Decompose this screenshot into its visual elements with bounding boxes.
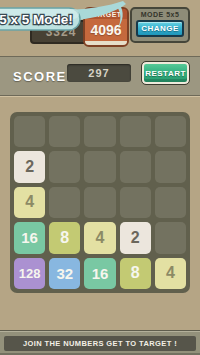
- game-screen: 3324 TARGET 4096 MODE 5x5 CHANGE 5 x 5 M…: [0, 0, 200, 355]
- restart-button[interactable]: RESTART: [142, 62, 189, 84]
- score-value-box: 297: [67, 64, 131, 82]
- empty-cell: [14, 116, 45, 147]
- best-score-value: 3324: [46, 25, 77, 39]
- empty-cell: [120, 116, 151, 147]
- score-label: SCORE: [13, 69, 67, 84]
- tile-4: 4: [84, 222, 115, 253]
- target-box: TARGET 4096: [83, 7, 129, 47]
- tile-2: 2: [14, 151, 45, 182]
- empty-cell: [120, 151, 151, 182]
- empty-cell: [49, 116, 80, 147]
- footer-bar: JOIN THE NUMBERS GET TO TARGET !: [0, 330, 200, 355]
- score-value: 297: [88, 67, 109, 79]
- target-value: 4096: [85, 19, 127, 41]
- empty-cell: [155, 151, 186, 182]
- change-mode-button[interactable]: CHANGE: [136, 20, 184, 37]
- empty-cell: [84, 187, 115, 218]
- tile-2: 2: [120, 222, 151, 253]
- mode-label: MODE 5x5: [132, 11, 188, 18]
- tile-16: 16: [14, 222, 45, 253]
- empty-cell: [155, 222, 186, 253]
- board-grid[interactable]: 2416842128321684: [10, 112, 190, 293]
- tile-4: 4: [14, 187, 45, 218]
- footer-message: JOIN THE NUMBERS GET TO TARGET !: [4, 336, 196, 351]
- score-bar: SCORE 297 RESTART: [0, 56, 200, 96]
- tile-4: 4: [155, 258, 186, 289]
- empty-cell: [49, 187, 80, 218]
- target-label: TARGET: [85, 9, 127, 19]
- tile-16: 16: [84, 258, 115, 289]
- target-box-bevel: [85, 41, 127, 45]
- tile-32: 32: [49, 258, 80, 289]
- empty-cell: [84, 116, 115, 147]
- tile-8: 8: [120, 258, 151, 289]
- mode-panel: MODE 5x5 CHANGE: [130, 7, 190, 43]
- empty-cell: [84, 151, 115, 182]
- tile-8: 8: [49, 222, 80, 253]
- empty-cell: [155, 187, 186, 218]
- empty-cell: [49, 151, 80, 182]
- empty-cell: [155, 116, 186, 147]
- empty-cell: [120, 187, 151, 218]
- tile-128: 128: [14, 258, 45, 289]
